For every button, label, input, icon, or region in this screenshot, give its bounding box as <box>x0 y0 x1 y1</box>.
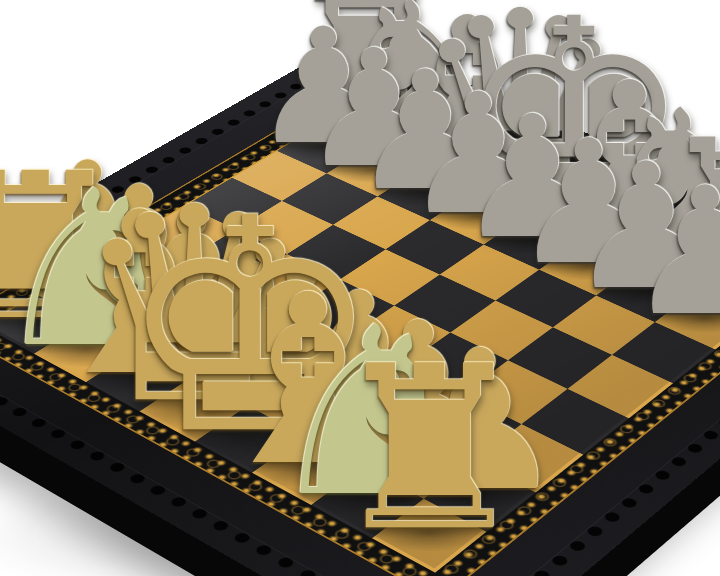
piece-black-pawn-h7: ♟ <box>626 164 720 340</box>
studio-photo-scene: ♜♞♝♛♚♝♞♜♟♟♟♟♟♟♟♟♟♟♟♟♟♟♟♟♜♞♝♛♚♝♞♜ <box>0 0 720 576</box>
piece-white-rook-h1: ♜ <box>328 337 530 563</box>
